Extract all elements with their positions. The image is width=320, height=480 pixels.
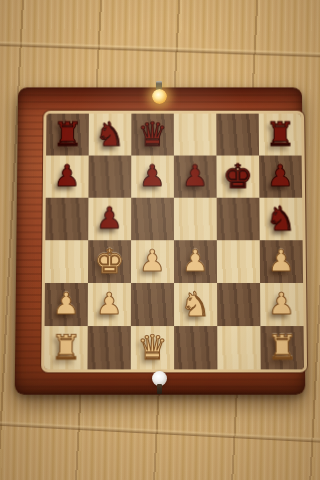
- piece-white-queen[interactable]: ♛: [137, 330, 168, 364]
- piece-white-pawn[interactable]: ♟: [96, 288, 123, 318]
- piece-red-pawn[interactable]: ♟: [139, 161, 166, 190]
- square-f6[interactable]: ♜: [259, 114, 302, 156]
- piece-red-pawn[interactable]: ♟: [267, 161, 294, 190]
- square-e3[interactable]: [217, 240, 260, 283]
- square-e5[interactable]: ♚: [216, 156, 259, 198]
- piece-red-pawn[interactable]: ♟: [54, 161, 81, 190]
- piece-red-queen[interactable]: ♛: [137, 117, 167, 150]
- square-f5[interactable]: ♟: [259, 156, 302, 198]
- square-a2[interactable]: ♟: [45, 283, 88, 326]
- square-b2[interactable]: ♟: [88, 283, 131, 326]
- square-c1[interactable]: ♛: [131, 326, 174, 369]
- bottom-pin-stem-icon: [157, 384, 162, 394]
- square-d4[interactable]: [174, 198, 217, 240]
- piece-white-pawn[interactable]: ♟: [182, 246, 209, 276]
- square-c5[interactable]: ♟: [131, 156, 174, 198]
- square-d6[interactable]: [174, 114, 217, 156]
- square-e2[interactable]: [217, 283, 260, 326]
- square-c6[interactable]: ♛: [131, 114, 174, 156]
- square-b6[interactable]: ♞: [89, 114, 132, 156]
- piece-red-pawn[interactable]: ♟: [96, 203, 123, 233]
- piece-white-knight[interactable]: ♞: [180, 286, 211, 320]
- square-b1[interactable]: [87, 326, 130, 369]
- square-e1[interactable]: [217, 326, 261, 369]
- square-a5[interactable]: ♟: [46, 156, 89, 198]
- piece-white-rook[interactable]: ♜: [50, 330, 81, 364]
- piece-red-knight[interactable]: ♞: [95, 117, 125, 150]
- piece-red-king[interactable]: ♚: [223, 159, 253, 192]
- square-c3[interactable]: ♟: [131, 240, 174, 283]
- square-a1[interactable]: ♜: [44, 326, 88, 369]
- piece-white-king[interactable]: ♚: [94, 244, 125, 278]
- piece-white-pawn[interactable]: ♟: [268, 288, 295, 318]
- chess-board-frame: ♜♞♛♜♟♟♟♚♟♟♞♚♟♟♟♟♟♞♟♜♛♜: [15, 87, 306, 394]
- square-b4[interactable]: ♟: [88, 198, 131, 240]
- square-a3[interactable]: [45, 240, 88, 283]
- piece-red-pawn[interactable]: ♟: [182, 161, 209, 190]
- app-screen: ♜♞♛♜♟♟♟♚♟♟♞♚♟♟♟♟♟♞♟♜♛♜: [0, 0, 320, 480]
- square-b3[interactable]: ♚: [88, 240, 131, 283]
- piece-red-knight[interactable]: ♞: [266, 201, 297, 235]
- piece-white-rook[interactable]: ♜: [267, 330, 298, 364]
- square-e4[interactable]: [217, 198, 260, 240]
- piece-red-rook[interactable]: ♜: [52, 117, 82, 150]
- square-f1[interactable]: ♜: [260, 326, 304, 369]
- square-d2[interactable]: ♞: [174, 283, 217, 326]
- square-a6[interactable]: ♜: [46, 114, 89, 156]
- board-squares: ♜♞♛♜♟♟♟♚♟♟♞♚♟♟♟♟♟♞♟♜♛♜: [41, 111, 307, 373]
- piece-white-pawn[interactable]: ♟: [268, 246, 295, 276]
- square-a4[interactable]: [45, 198, 88, 240]
- piece-white-pawn[interactable]: ♟: [53, 288, 80, 318]
- square-d5[interactable]: ♟: [174, 156, 217, 198]
- square-d1[interactable]: [174, 326, 217, 369]
- piece-red-rook[interactable]: ♜: [265, 117, 295, 150]
- square-e6[interactable]: [216, 114, 259, 156]
- piece-white-pawn[interactable]: ♟: [139, 246, 166, 276]
- square-f2[interactable]: ♟: [260, 283, 304, 326]
- square-f4[interactable]: ♞: [259, 198, 302, 240]
- square-d3[interactable]: ♟: [174, 240, 217, 283]
- square-c4[interactable]: [131, 198, 174, 240]
- square-f3[interactable]: ♟: [260, 240, 303, 283]
- square-c2[interactable]: [131, 283, 174, 326]
- top-turn-indicator-pin: [152, 89, 167, 104]
- square-b5[interactable]: [88, 156, 131, 198]
